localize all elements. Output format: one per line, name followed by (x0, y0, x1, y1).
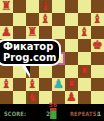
watermark-line2: Prog.com (3, 52, 56, 63)
watermark-line1: Фикатор (3, 41, 56, 52)
square-g2[interactable] (78, 78, 91, 91)
gauge-red-tip (51, 108, 56, 111)
red-bishop: ♝ (92, 13, 103, 26)
square-f8[interactable] (65, 0, 78, 13)
square-f7[interactable] (65, 13, 78, 26)
red-bishop: ♝ (1, 78, 12, 91)
gauge-bar (50, 108, 57, 119)
square-f5[interactable] (65, 39, 78, 52)
square-h4[interactable] (91, 52, 104, 65)
square-e8[interactable] (52, 0, 65, 13)
square-h1[interactable] (91, 91, 104, 104)
square-h3[interactable] (91, 65, 104, 78)
square-b2[interactable] (13, 78, 26, 91)
square-c1[interactable]: ♞ (26, 91, 39, 104)
square-b8[interactable] (13, 0, 26, 13)
gauge-value: 56 (47, 101, 59, 108)
square-d2[interactable] (39, 78, 52, 91)
square-a6[interactable]: ♟ (0, 26, 13, 39)
square-b1[interactable] (13, 91, 26, 104)
score-label: SCORE: (4, 110, 26, 117)
square-e2[interactable]: ♟ (52, 78, 65, 91)
square-c6[interactable]: ♜ (26, 26, 39, 39)
square-e7[interactable] (52, 13, 65, 26)
red-rook: ♜ (27, 26, 38, 39)
red-bishop: ♝ (79, 26, 90, 39)
square-a2[interactable]: ♝ (0, 78, 13, 91)
square-f4[interactable] (65, 52, 78, 65)
red-pawn: ♟ (1, 26, 12, 39)
watermark-bubble: Фикатор Prog.com (0, 39, 61, 66)
square-g3[interactable]: ♜ (78, 65, 91, 78)
square-h2[interactable] (91, 78, 104, 91)
red-pawn: ♟ (66, 91, 77, 104)
square-g6[interactable]: ♝ (78, 26, 91, 39)
square-e6[interactable] (52, 26, 65, 39)
square-d3[interactable] (39, 65, 52, 78)
square-b7[interactable] (13, 13, 26, 26)
square-f6[interactable] (65, 26, 78, 39)
square-a1[interactable] (0, 91, 13, 104)
red-rook: ♜ (79, 65, 90, 78)
square-g8[interactable] (78, 0, 91, 13)
red-bishop: ♝ (40, 13, 51, 26)
square-c8[interactable] (26, 0, 39, 13)
square-h5[interactable]: ♚ (91, 39, 104, 52)
repeats-value: 1 (97, 110, 101, 117)
red-king: ♚ (92, 39, 103, 52)
red-knight: ♞ (27, 91, 38, 104)
repeats-label: REPEATS: (70, 110, 99, 117)
square-g5[interactable] (78, 39, 91, 52)
square-h7[interactable]: ♝ (91, 13, 104, 26)
square-a8[interactable]: ♜ (0, 0, 13, 13)
cyan-pawn: ♟ (53, 78, 64, 91)
time-gauge: 56 (47, 101, 59, 119)
square-g1[interactable] (78, 91, 91, 104)
square-f1[interactable]: ♟ (65, 91, 78, 104)
square-d7[interactable]: ♝ (39, 13, 52, 26)
red-rook: ♜ (1, 0, 12, 13)
game-window: ♜♝♝♝♟♜♝♜♟♚♜♝♝♟♜♞♟ Фикатор Prog.com SCORE… (0, 0, 104, 121)
